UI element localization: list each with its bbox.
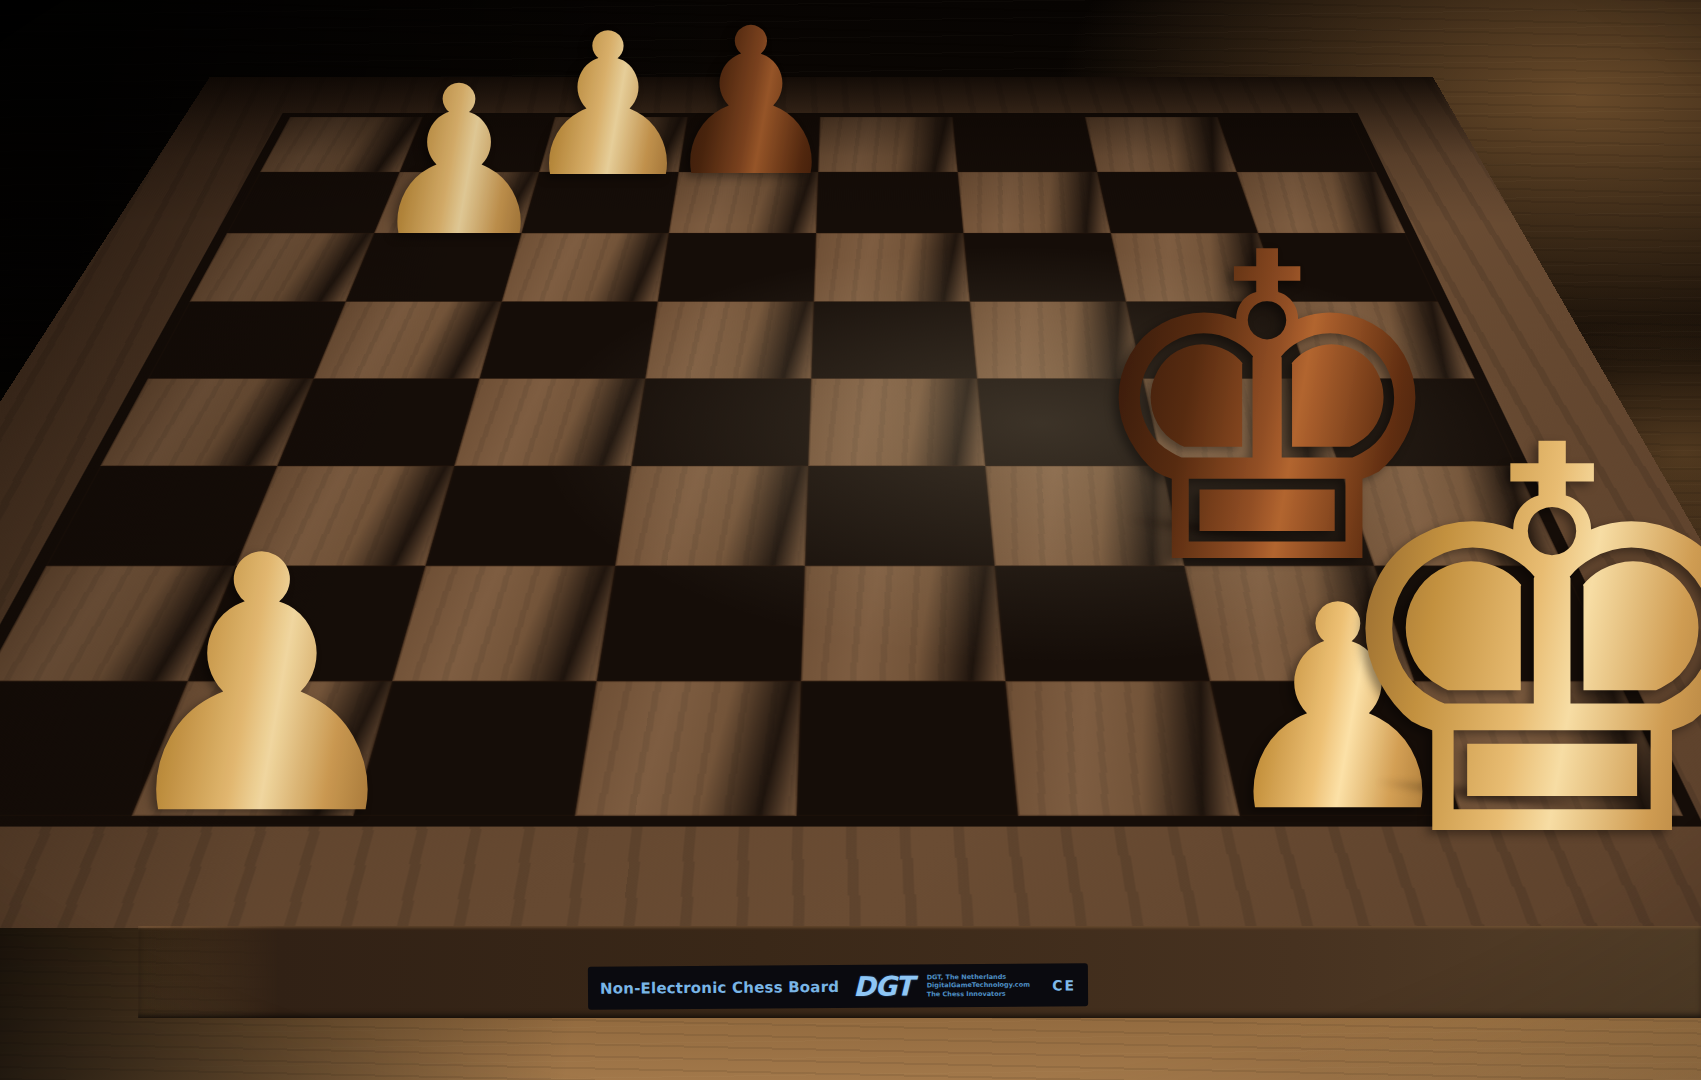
square-d1[interactable] xyxy=(575,681,801,816)
square-e4[interactable] xyxy=(808,379,985,466)
square-e2[interactable] xyxy=(801,566,1005,681)
square-c2[interactable] xyxy=(392,566,615,681)
piece-black-pawn-d7[interactable]: ♟ xyxy=(689,23,813,161)
square-d2[interactable] xyxy=(597,566,805,681)
piece-white-king-h1[interactable]: ♚ xyxy=(1376,405,1701,797)
piece-white-pawn-b1[interactable]: ♟ xyxy=(154,547,370,787)
square-e5[interactable] xyxy=(811,302,977,379)
dgt-label: Non-Electronic Chess Board DGT DGT, The … xyxy=(588,963,1088,1009)
white-pawn-icon: ♟ xyxy=(367,59,552,265)
piece-white-pawn-c7[interactable]: ♟ xyxy=(548,28,669,162)
square-c4[interactable] xyxy=(454,379,645,466)
square-b4[interactable] xyxy=(277,379,479,466)
dgt-logo: DGT xyxy=(853,970,913,1001)
square-c5[interactable] xyxy=(480,302,658,379)
label-product-name: Non-Electronic Chess Board xyxy=(600,977,839,997)
label-info-line: The Chess Innovators xyxy=(927,989,1030,998)
square-d6[interactable] xyxy=(658,233,816,301)
chessboard-photo: Non-Electronic Chess Board DGT DGT, The … xyxy=(0,0,1701,1080)
square-f8[interactable] xyxy=(953,117,1098,172)
square-f1[interactable] xyxy=(1005,681,1239,816)
square-d4[interactable] xyxy=(631,379,811,466)
label-info-lines: DGT, The NetherlandsDigitalGameTechnolog… xyxy=(927,973,1030,998)
square-e3[interactable] xyxy=(805,466,995,566)
square-c3[interactable] xyxy=(425,466,631,566)
piece-white-pawn-b7[interactable]: ♟ xyxy=(396,81,522,221)
square-d3[interactable] xyxy=(615,466,808,566)
ce-mark-icon: CE xyxy=(1052,977,1076,993)
square-e6[interactable] xyxy=(814,233,970,301)
square-e1[interactable] xyxy=(797,681,1019,816)
white-pawn-icon: ♟ xyxy=(104,510,420,863)
square-d5[interactable] xyxy=(645,302,813,379)
white-king-icon: ♚ xyxy=(1313,379,1701,912)
square-b5[interactable] xyxy=(314,302,502,379)
